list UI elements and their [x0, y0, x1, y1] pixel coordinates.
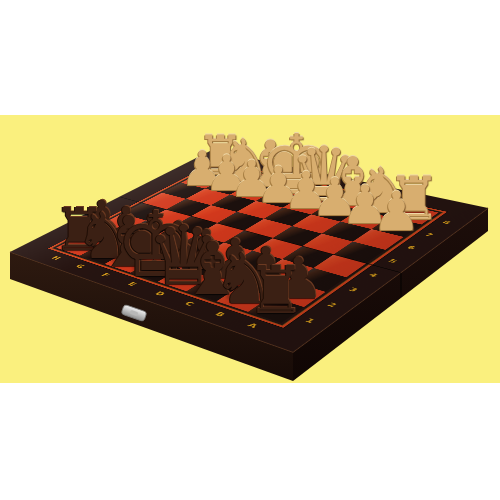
product-photo-chess-set: HGFEDCBA87654321 ♜♞♝♛♚♝♞♜♟♟♟♟♟♟♟♟♟♟♟♟♟♟♟… — [0, 0, 500, 500]
